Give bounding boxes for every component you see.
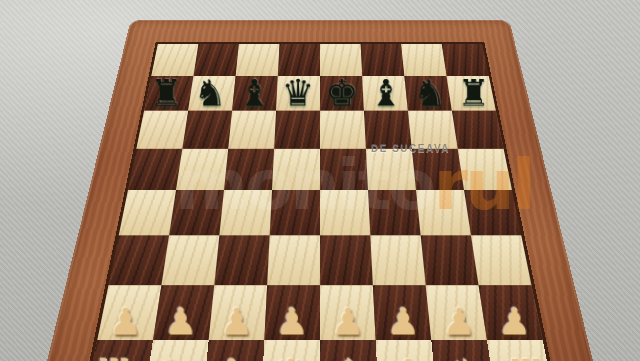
- square-d3[interactable]: [267, 235, 320, 285]
- square-d6[interactable]: [274, 111, 320, 149]
- square-b1[interactable]: ♞: [144, 340, 209, 361]
- square-e4[interactable]: [320, 190, 370, 235]
- white-pawn-c2[interactable]: ♟: [209, 303, 265, 340]
- square-f4[interactable]: [368, 190, 421, 235]
- square-b3[interactable]: [161, 235, 219, 285]
- white-rook-h1[interactable]: ♜: [496, 353, 555, 361]
- square-f6[interactable]: [364, 111, 412, 149]
- black-bishop-f7[interactable]: ♝: [364, 74, 408, 111]
- square-c2[interactable]: ♟: [209, 285, 267, 340]
- square-b5[interactable]: [176, 149, 228, 190]
- square-a6[interactable]: [136, 111, 188, 149]
- square-g4[interactable]: [416, 190, 471, 235]
- square-c5[interactable]: [224, 149, 274, 190]
- square-h6[interactable]: [452, 111, 504, 149]
- square-e1[interactable]: ♚: [320, 340, 379, 361]
- square-h7[interactable]: ♜: [447, 76, 496, 111]
- white-knight-b1[interactable]: ♞: [144, 353, 203, 361]
- square-h1[interactable]: ♜: [487, 340, 555, 361]
- white-queen-d1[interactable]: ♛: [261, 353, 320, 361]
- chess-board: ♜♞♝♛♚♝♞♜♟♟♟♟♟♟♟♟♜♞♝♛♚♝♞♜: [23, 20, 616, 361]
- white-pawn-f2[interactable]: ♟: [376, 303, 432, 340]
- white-pawn-h2[interactable]: ♟: [487, 303, 543, 340]
- square-g2[interactable]: ♟: [426, 285, 487, 340]
- board-frame: ♜♞♝♛♚♝♞♜♟♟♟♟♟♟♟♟♜♞♝♛♚♝♞♜: [23, 20, 616, 361]
- square-h5[interactable]: [458, 149, 512, 190]
- white-bishop-c1[interactable]: ♝: [203, 353, 262, 361]
- white-king-e1[interactable]: ♚: [320, 353, 379, 361]
- square-e5[interactable]: [320, 149, 368, 190]
- square-d7[interactable]: ♛: [276, 76, 320, 111]
- square-a5[interactable]: [128, 149, 182, 190]
- square-b6[interactable]: [182, 111, 232, 149]
- square-g7[interactable]: ♞: [404, 76, 452, 111]
- square-f1[interactable]: ♝: [376, 340, 438, 361]
- square-a4[interactable]: [119, 190, 176, 235]
- white-bishop-f1[interactable]: ♝: [379, 353, 438, 361]
- white-knight-g1[interactable]: ♞: [437, 353, 496, 361]
- square-g3[interactable]: [421, 235, 479, 285]
- black-queen-d7[interactable]: ♛: [276, 74, 320, 111]
- black-rook-a7[interactable]: ♜: [144, 74, 188, 111]
- board-grid: ♜♞♝♛♚♝♞♜♟♟♟♟♟♟♟♟♜♞♝♛♚♝♞♜: [80, 42, 560, 361]
- white-rook-a1[interactable]: ♜: [85, 353, 144, 361]
- black-king-e7[interactable]: ♚: [320, 74, 364, 111]
- square-a2[interactable]: ♟: [97, 285, 161, 340]
- square-a1[interactable]: ♜: [85, 340, 153, 361]
- square-e3[interactable]: [320, 235, 373, 285]
- square-a3[interactable]: [109, 235, 169, 285]
- square-c3[interactable]: [214, 235, 269, 285]
- square-f5[interactable]: [366, 149, 416, 190]
- square-c4[interactable]: [219, 190, 272, 235]
- square-e6[interactable]: [320, 111, 366, 149]
- square-d1[interactable]: ♛: [261, 340, 320, 361]
- square-h3[interactable]: [471, 235, 531, 285]
- white-pawn-a2[interactable]: ♟: [98, 303, 154, 340]
- square-b2[interactable]: ♟: [153, 285, 214, 340]
- photo-background: ♜♞♝♛♚♝♞♜♟♟♟♟♟♟♟♟♜♞♝♛♚♝♞♜ monitorul DE SU…: [0, 0, 640, 361]
- square-c1[interactable]: ♝: [202, 340, 264, 361]
- scene: ♜♞♝♛♚♝♞♜♟♟♟♟♟♟♟♟♜♞♝♛♚♝♞♜: [0, 0, 640, 361]
- square-e7[interactable]: ♚: [320, 76, 364, 111]
- black-bishop-c7[interactable]: ♝: [232, 74, 276, 111]
- square-b7[interactable]: ♞: [188, 76, 236, 111]
- black-knight-g7[interactable]: ♞: [408, 74, 452, 111]
- square-e2[interactable]: ♟: [320, 285, 376, 340]
- square-g5[interactable]: [412, 149, 464, 190]
- square-a7[interactable]: ♜: [144, 76, 193, 111]
- white-pawn-g2[interactable]: ♟: [431, 303, 487, 340]
- square-g6[interactable]: [408, 111, 458, 149]
- white-pawn-d2[interactable]: ♟: [264, 303, 320, 340]
- black-knight-b7[interactable]: ♞: [188, 74, 232, 111]
- white-pawn-b2[interactable]: ♟: [153, 303, 209, 340]
- square-c7[interactable]: ♝: [232, 76, 278, 111]
- square-b4[interactable]: [169, 190, 224, 235]
- white-pawn-e2[interactable]: ♟: [320, 303, 376, 340]
- square-d2[interactable]: ♟: [264, 285, 320, 340]
- square-f2[interactable]: ♟: [373, 285, 431, 340]
- square-d5[interactable]: [272, 149, 320, 190]
- square-d4[interactable]: [270, 190, 320, 235]
- square-c6[interactable]: [228, 111, 276, 149]
- square-f3[interactable]: [370, 235, 425, 285]
- square-h4[interactable]: [464, 190, 521, 235]
- square-f7[interactable]: ♝: [362, 76, 408, 111]
- square-h2[interactable]: ♟: [479, 285, 543, 340]
- black-rook-h7[interactable]: ♜: [452, 74, 496, 111]
